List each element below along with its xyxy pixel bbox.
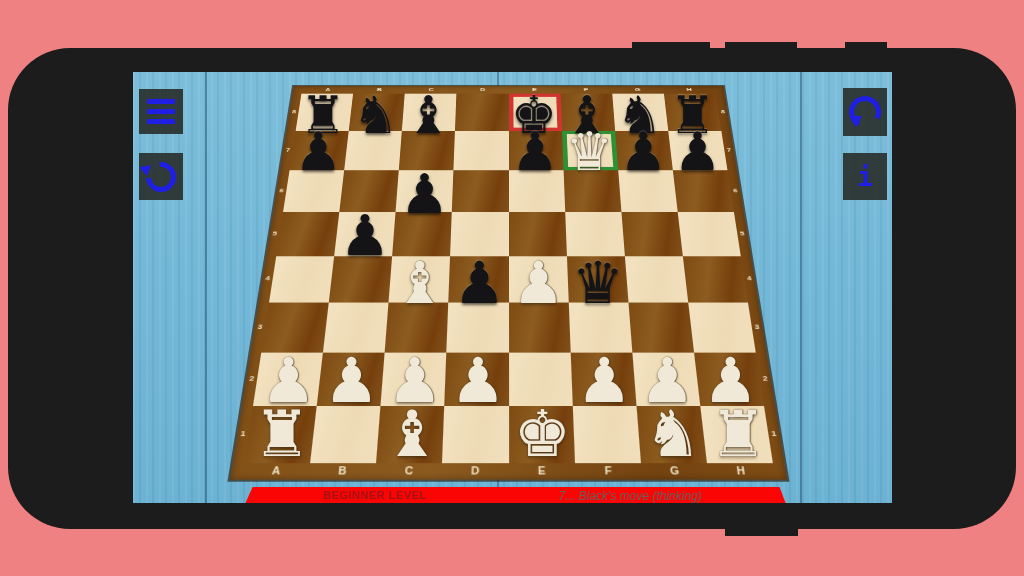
- piece-black-pawn-d4[interactable]: ♟: [453, 254, 505, 312]
- square-h5[interactable]: [678, 212, 741, 256]
- file-label-bottom: F: [575, 463, 642, 479]
- square-h4[interactable]: [683, 256, 748, 303]
- file-label-bottom: D: [442, 463, 509, 479]
- move-status-label: 7... Black's move (thinking): [558, 489, 701, 503]
- app-screen: ABCDEFGH8877665544332211ABCDEFGH ♜♞♝♚♝♞♜…: [133, 72, 892, 503]
- square-d7[interactable]: [454, 131, 509, 170]
- restart-circular-arrow-icon: [140, 155, 182, 197]
- piece-white-pawn-e4[interactable]: ♟: [512, 254, 564, 312]
- status-banner: BEGINNER LEVEL 7... Black's move (thinki…: [245, 487, 786, 503]
- piece-white-pawn-d2[interactable]: ♟: [450, 351, 505, 413]
- info-button[interactable]: i: [843, 153, 887, 200]
- piece-black-pawn-b5[interactable]: ♟: [340, 208, 390, 264]
- piece-white-pawn-f2[interactable]: ♟: [576, 351, 631, 413]
- square-a4[interactable]: [269, 256, 334, 303]
- piece-black-pawn-c6[interactable]: ♟: [400, 167, 449, 222]
- board-corner: [773, 463, 787, 479]
- wood-plank-seam: [800, 72, 802, 503]
- piece-black-bishop-c8[interactable]: ♝: [405, 90, 451, 142]
- wood-plank-seam: [205, 72, 207, 503]
- level-label: BEGINNER LEVEL: [323, 489, 427, 501]
- undo-curved-arrow-icon: [845, 92, 885, 132]
- piece-black-pawn-g7[interactable]: ♟: [620, 126, 668, 179]
- file-label-bottom: B: [308, 463, 376, 479]
- piece-black-queen-f4[interactable]: ♛: [572, 254, 624, 312]
- piece-black-pawn-e7[interactable]: ♟: [511, 126, 559, 179]
- hamburger-menu-icon: [147, 97, 175, 127]
- file-label-top: D: [457, 86, 509, 93]
- piece-white-bishop-c4[interactable]: ♝: [394, 254, 446, 312]
- page-background: ABCDEFGH8877665544332211ABCDEFGH ♜♞♝♚♝♞♜…: [0, 0, 1024, 576]
- piece-white-bishop-c1[interactable]: ♝: [383, 403, 440, 467]
- restart-button[interactable]: [139, 153, 183, 200]
- info-icon: i: [857, 162, 873, 192]
- square-g5[interactable]: [621, 212, 682, 256]
- piece-white-pawn-b2[interactable]: ♟: [324, 351, 379, 413]
- piece-black-knight-b8[interactable]: ♞: [353, 90, 399, 142]
- piece-white-rook-h1[interactable]: ♜: [709, 403, 766, 467]
- menu-button[interactable]: [139, 89, 183, 134]
- square-g4[interactable]: [625, 256, 689, 303]
- piece-white-queen-f7[interactable]: ♛: [565, 126, 613, 179]
- square-d8[interactable]: [455, 94, 508, 131]
- board-corner: [714, 86, 724, 93]
- undo-button[interactable]: [843, 88, 887, 136]
- piece-black-pawn-h7[interactable]: ♟: [674, 126, 722, 179]
- piece-white-rook-a1[interactable]: ♜: [253, 403, 310, 467]
- piece-white-king-e1[interactable]: ♚: [514, 403, 571, 467]
- piece-black-pawn-a7[interactable]: ♟: [294, 126, 342, 179]
- piece-white-knight-g1[interactable]: ♞: [644, 403, 701, 467]
- square-a5[interactable]: [276, 212, 339, 256]
- square-d6[interactable]: [452, 170, 508, 212]
